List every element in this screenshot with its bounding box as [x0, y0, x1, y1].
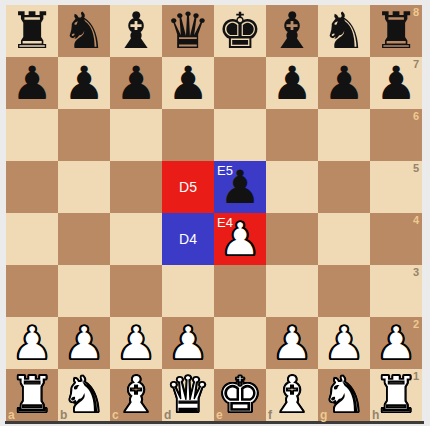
square-d7[interactable]: ♟ — [162, 57, 214, 109]
piece-black-knight[interactable]: ♞ — [318, 5, 370, 57]
page-background: ♜♞♝♛♚♝♞♜8♟♟♟♟♟♟♟76D5E5♟5D4E4♟43♟♟♟♟♟♟♟2♜… — [0, 0, 430, 426]
square-h8[interactable]: ♜8 — [370, 5, 422, 57]
square-b8[interactable]: ♞ — [58, 5, 110, 57]
square-g3[interactable] — [318, 265, 370, 317]
square-f3[interactable] — [266, 265, 318, 317]
square-c1[interactable]: ♝c — [110, 369, 162, 421]
piece-black-bishop[interactable]: ♝ — [110, 5, 162, 57]
square-c3[interactable] — [110, 265, 162, 317]
piece-white-pawn[interactable]: ♟ — [162, 317, 214, 369]
piece-black-rook[interactable]: ♜ — [6, 5, 58, 57]
piece-black-king[interactable]: ♚ — [214, 5, 266, 57]
square-h2[interactable]: ♟2 — [370, 317, 422, 369]
square-g2[interactable]: ♟ — [318, 317, 370, 369]
coord-rank-1: 1 — [413, 370, 419, 382]
square-h6[interactable]: 6 — [370, 109, 422, 161]
highlight-label-d5: D5 — [162, 161, 214, 213]
coord-file-h: h — [372, 408, 379, 422]
square-b3[interactable] — [58, 265, 110, 317]
square-d6[interactable] — [162, 109, 214, 161]
square-c8[interactable]: ♝ — [110, 5, 162, 57]
piece-black-queen[interactable]: ♛ — [162, 5, 214, 57]
square-a1[interactable]: ♜a — [6, 369, 58, 421]
square-e8[interactable]: ♚ — [214, 5, 266, 57]
square-g4[interactable] — [318, 213, 370, 265]
square-f6[interactable] — [266, 109, 318, 161]
coord-file-e: e — [216, 408, 223, 422]
piece-black-pawn[interactable]: ♟ — [58, 57, 110, 109]
square-e6[interactable] — [214, 109, 266, 161]
square-f2[interactable]: ♟ — [266, 317, 318, 369]
square-d5[interactable]: D5 — [162, 161, 214, 213]
highlight-label-e5: E5 — [217, 163, 233, 178]
square-b1[interactable]: ♞b — [58, 369, 110, 421]
square-e2[interactable] — [214, 317, 266, 369]
piece-black-knight[interactable]: ♞ — [58, 5, 110, 57]
coord-rank-4: 4 — [413, 214, 419, 226]
coord-file-a: a — [8, 408, 15, 422]
square-e4[interactable]: E4♟ — [214, 213, 266, 265]
coord-rank-6: 6 — [413, 110, 419, 122]
square-c5[interactable] — [110, 161, 162, 213]
square-f8[interactable]: ♝ — [266, 5, 318, 57]
square-b2[interactable]: ♟ — [58, 317, 110, 369]
square-h3[interactable]: 3 — [370, 265, 422, 317]
coord-file-g: g — [320, 408, 327, 422]
square-a2[interactable]: ♟ — [6, 317, 58, 369]
square-g7[interactable]: ♟ — [318, 57, 370, 109]
highlight-label-e4: E4 — [217, 215, 233, 230]
square-c6[interactable] — [110, 109, 162, 161]
square-e1[interactable]: ♚e — [214, 369, 266, 421]
square-d8[interactable]: ♛ — [162, 5, 214, 57]
square-a5[interactable] — [6, 161, 58, 213]
square-b6[interactable] — [58, 109, 110, 161]
highlight-label-d4: D4 — [162, 213, 214, 265]
coord-file-b: b — [60, 408, 67, 422]
square-d2[interactable]: ♟ — [162, 317, 214, 369]
square-a4[interactable] — [6, 213, 58, 265]
square-h1[interactable]: ♜1h — [370, 369, 422, 421]
piece-white-pawn[interactable]: ♟ — [266, 317, 318, 369]
square-h7[interactable]: ♟7 — [370, 57, 422, 109]
coord-file-f: f — [268, 408, 272, 422]
piece-white-pawn[interactable]: ♟ — [6, 317, 58, 369]
square-e3[interactable] — [214, 265, 266, 317]
square-h5[interactable]: 5 — [370, 161, 422, 213]
piece-black-pawn[interactable]: ♟ — [6, 57, 58, 109]
square-g5[interactable] — [318, 161, 370, 213]
piece-white-pawn[interactable]: ♟ — [58, 317, 110, 369]
square-g8[interactable]: ♞ — [318, 5, 370, 57]
square-e5[interactable]: E5♟ — [214, 161, 266, 213]
square-d3[interactable] — [162, 265, 214, 317]
coord-rank-8: 8 — [413, 6, 419, 18]
piece-black-pawn[interactable]: ♟ — [318, 57, 370, 109]
square-c2[interactable]: ♟ — [110, 317, 162, 369]
coord-rank-3: 3 — [413, 266, 419, 278]
piece-white-pawn[interactable]: ♟ — [318, 317, 370, 369]
square-f5[interactable] — [266, 161, 318, 213]
square-a3[interactable] — [6, 265, 58, 317]
square-a8[interactable]: ♜ — [6, 5, 58, 57]
square-f1[interactable]: ♝f — [266, 369, 318, 421]
square-d1[interactable]: ♛d — [162, 369, 214, 421]
coord-rank-7: 7 — [413, 58, 419, 70]
piece-black-pawn[interactable]: ♟ — [266, 57, 318, 109]
square-g1[interactable]: ♞g — [318, 369, 370, 421]
piece-black-pawn[interactable]: ♟ — [162, 57, 214, 109]
coord-file-d: d — [164, 408, 171, 422]
square-c7[interactable]: ♟ — [110, 57, 162, 109]
coord-rank-2: 2 — [413, 318, 419, 330]
square-g6[interactable] — [318, 109, 370, 161]
coord-rank-5: 5 — [413, 162, 419, 174]
piece-black-bishop[interactable]: ♝ — [266, 5, 318, 57]
square-d4[interactable]: D4 — [162, 213, 214, 265]
piece-white-pawn[interactable]: ♟ — [110, 317, 162, 369]
square-c4[interactable] — [110, 213, 162, 265]
coord-file-c: c — [112, 408, 119, 422]
square-b7[interactable]: ♟ — [58, 57, 110, 109]
square-h4[interactable]: 4 — [370, 213, 422, 265]
square-f4[interactable] — [266, 213, 318, 265]
square-a7[interactable]: ♟ — [6, 57, 58, 109]
square-b4[interactable] — [58, 213, 110, 265]
square-a6[interactable] — [6, 109, 58, 161]
square-f7[interactable]: ♟ — [266, 57, 318, 109]
piece-white-bishop[interactable]: ♝ — [266, 369, 318, 421]
piece-black-pawn[interactable]: ♟ — [110, 57, 162, 109]
chess-board: ♜♞♝♛♚♝♞♜8♟♟♟♟♟♟♟76D5E5♟5D4E4♟43♟♟♟♟♟♟♟2♜… — [6, 5, 422, 421]
square-b5[interactable] — [58, 161, 110, 213]
square-e7[interactable] — [214, 57, 266, 109]
